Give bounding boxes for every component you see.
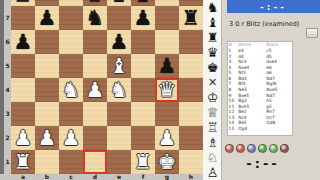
piece-white-pawn-c2[interactable]: ♟	[59, 126, 83, 150]
square-d6[interactable]	[83, 30, 107, 54]
rank-label-7: 7	[4, 6, 11, 30]
square-b6[interactable]	[35, 30, 59, 54]
navigation-buttons	[224, 138, 296, 149]
move-row-15[interactable]: 15Qg4	[228, 126, 293, 132]
rank-label-4: 4	[4, 78, 11, 102]
square-a7[interactable]	[11, 6, 35, 30]
square-e1[interactable]	[107, 150, 131, 174]
palette-white-king-icon[interactable]: ♔	[203, 90, 222, 105]
piece-black-pawn-g5[interactable]: ♟	[155, 54, 179, 78]
nav-ball-3[interactable]	[247, 144, 256, 153]
square-b1[interactable]	[35, 150, 59, 174]
square-h7[interactable]: ♜	[179, 6, 203, 30]
nav-ball-4[interactable]	[258, 144, 267, 153]
piece-black-knight-d7[interactable]: ♞	[83, 6, 107, 30]
file-label-h: h	[179, 174, 203, 180]
square-h3[interactable]	[179, 102, 203, 126]
nav-ball-6[interactable]	[280, 144, 289, 153]
nav-ball-2[interactable]	[236, 144, 245, 153]
square-a1[interactable]: ♜	[11, 150, 35, 174]
file-label-b: b	[35, 174, 59, 180]
file-label-e: e	[107, 174, 131, 180]
square-f3[interactable]	[131, 102, 155, 126]
palette-white-bishop-icon[interactable]: ♗	[203, 135, 222, 150]
square-g2[interactable]: ♟	[155, 126, 179, 150]
square-g7[interactable]	[155, 6, 179, 30]
piece-white-rook-a1[interactable]: ♜	[11, 150, 35, 174]
piece-white-king-g1[interactable]: ♚	[155, 150, 179, 174]
square-c5[interactable]	[59, 54, 83, 78]
square-e7[interactable]	[107, 6, 131, 30]
move-list[interactable]: #WhiteBlack 1e4c52d4d53Nc3dxe44Nxe4e65Nf…	[227, 41, 293, 136]
rank-coordinates: 7654321	[4, 0, 11, 174]
square-c4[interactable]: ♞	[59, 78, 83, 102]
square-d2[interactable]	[83, 126, 107, 150]
palette-white-rook-icon[interactable]: ♖	[203, 120, 222, 135]
palette-white-queen-icon[interactable]: ♕	[203, 105, 222, 120]
square-d4[interactable]: ♟	[83, 78, 107, 102]
rank-label-3: 3	[4, 102, 11, 126]
square-f5[interactable]	[131, 54, 155, 78]
move-table: #WhiteBlack 1e4c52d4d53Nc3dxe44Nxe4e65Nf…	[228, 42, 293, 131]
square-g6[interactable]	[155, 30, 179, 54]
square-c3[interactable]	[59, 102, 83, 126]
white-move[interactable]: Qg4	[238, 126, 266, 132]
rank-label-2: 2	[4, 126, 11, 150]
square-h4[interactable]	[179, 78, 203, 102]
square-e6[interactable]: ♟	[107, 30, 131, 54]
chess-app-window: 7654321 abcdefgh ♜♛♚♝♟♞♟♜♟♟♝♟♞♟♞♛♟♟♟♟♜♜♚…	[0, 0, 320, 180]
rank-label-1: 1	[4, 150, 11, 174]
piece-black-pawn-a6[interactable]: ♟	[11, 30, 35, 54]
piece-white-queen-g4[interactable]: ♛	[155, 78, 179, 102]
square-c1[interactable]	[59, 150, 83, 174]
file-label-f: f	[131, 174, 155, 180]
square-d3[interactable]	[83, 102, 107, 126]
palette-black-king-icon[interactable]: ♚	[203, 60, 222, 75]
game-title: 3 0 r Blitz (examined)	[229, 20, 315, 30]
square-d1[interactable]	[83, 150, 107, 174]
square-h5[interactable]	[179, 54, 203, 78]
square-b2[interactable]: ♟	[35, 126, 59, 150]
square-b5[interactable]	[35, 54, 59, 78]
black-move[interactable]	[266, 126, 293, 132]
square-a5[interactable]	[11, 54, 35, 78]
bottom-clock: -:--	[228, 154, 298, 174]
piece-white-pawn-b2[interactable]: ♟	[35, 126, 59, 150]
square-g4[interactable]: ♛	[155, 78, 179, 102]
square-f2[interactable]	[131, 126, 155, 150]
palette-white-knight-icon[interactable]: ♘	[203, 150, 222, 165]
square-g1[interactable]: ♚	[155, 150, 179, 174]
square-a4[interactable]	[11, 78, 35, 102]
square-f7[interactable]: ♟	[131, 6, 155, 30]
piece-black-pawn-f7[interactable]: ♟	[131, 6, 155, 30]
top-clock: -:--	[227, 0, 320, 13]
piece-white-pawn-g2[interactable]: ♟	[155, 126, 179, 150]
piece-white-rook-f1[interactable]: ♜	[131, 150, 155, 174]
palette-black-queen-icon[interactable]: ♛	[203, 45, 222, 60]
piece-black-pawn-e6[interactable]: ♟	[107, 30, 131, 54]
palette-black-rook-icon[interactable]: ♜	[203, 30, 222, 45]
file-label-c: c	[59, 174, 83, 180]
square-g3[interactable]	[155, 102, 179, 126]
square-h1[interactable]	[179, 150, 203, 174]
list-options-button[interactable]: ...	[306, 28, 318, 38]
palette-black-knight-icon[interactable]: ♞	[203, 0, 222, 15]
piece-black-rook-h7[interactable]: ♜	[179, 6, 203, 30]
file-coordinates: abcdefgh	[0, 174, 203, 180]
square-d5[interactable]	[83, 54, 107, 78]
square-c7[interactable]	[59, 6, 83, 30]
square-e4[interactable]: ♞	[107, 78, 131, 102]
square-a6[interactable]: ♟	[11, 30, 35, 54]
file-label-a: a	[11, 174, 35, 180]
piece-white-knight-e4[interactable]: ♞	[107, 78, 131, 102]
square-h6[interactable]	[179, 30, 203, 54]
palette-delete-x[interactable]: ✕	[203, 75, 222, 90]
square-e5[interactable]: ♝	[107, 54, 131, 78]
rank-label-5: 5	[4, 54, 11, 78]
square-e3[interactable]	[107, 102, 131, 126]
move-number: 15	[228, 126, 238, 132]
square-g5[interactable]: ♟	[155, 54, 179, 78]
piece-black-pawn-b7[interactable]: ♟	[35, 6, 59, 30]
file-label-d: d	[83, 174, 107, 180]
piece-white-knight-c4[interactable]: ♞	[59, 78, 83, 102]
square-d7[interactable]: ♞	[83, 6, 107, 30]
palette-black-bishop-icon[interactable]: ♝	[203, 15, 222, 30]
square-b4[interactable]	[35, 78, 59, 102]
file-label-g: g	[155, 174, 179, 180]
square-b7[interactable]: ♟	[35, 6, 59, 30]
square-c2[interactable]: ♟	[59, 126, 83, 150]
piece-white-bishop-e5[interactable]: ♝	[107, 54, 131, 78]
square-f1[interactable]: ♜	[131, 150, 155, 174]
square-e2[interactable]	[107, 126, 131, 150]
piece-setup-palette: ♞♝♜♛♚✕♔♕♖♗♘♙	[203, 0, 222, 180]
square-b3[interactable]	[35, 102, 59, 126]
piece-white-pawn-d4[interactable]: ♟	[83, 78, 107, 102]
nav-ball-5[interactable]	[269, 144, 278, 153]
square-a3[interactable]	[11, 102, 35, 126]
square-a2[interactable]: ♟	[11, 126, 35, 150]
palette-white-pawn-icon[interactable]: ♙	[203, 165, 222, 180]
square-c6[interactable]	[59, 30, 83, 54]
square-f6[interactable]	[131, 30, 155, 54]
rank-label-6: 6	[4, 30, 11, 54]
nav-ball-1[interactable]	[225, 144, 234, 153]
chess-board[interactable]: ♜♛♚♝♟♞♟♜♟♟♝♟♞♟♞♛♟♟♟♟♜♜♚	[11, 0, 203, 174]
piece-white-pawn-a2[interactable]: ♟	[11, 126, 35, 150]
square-f4[interactable]	[131, 78, 155, 102]
square-h2[interactable]	[179, 126, 203, 150]
